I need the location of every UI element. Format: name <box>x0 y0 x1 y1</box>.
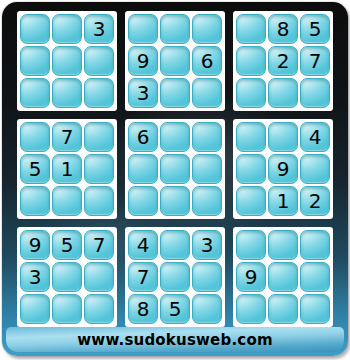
cell-r4c8[interactable] <box>268 122 298 152</box>
cell-r3c7[interactable] <box>236 78 266 108</box>
cell-r8c3[interactable] <box>84 262 114 292</box>
box-2: 963 <box>125 11 225 111</box>
cell-r3c4[interactable]: 3 <box>128 78 158 108</box>
cell-r9c6[interactable] <box>192 294 222 324</box>
cell-r1c2[interactable] <box>52 14 82 44</box>
cell-r5c2[interactable]: 1 <box>52 154 82 184</box>
box-9: 9 <box>233 227 333 327</box>
cell-r4c9[interactable]: 4 <box>300 122 330 152</box>
cell-r2c8[interactable]: 2 <box>268 46 298 76</box>
cell-r7c8[interactable] <box>268 230 298 260</box>
box-4: 751 <box>17 119 117 219</box>
cell-r6c6[interactable] <box>192 186 222 216</box>
box-3: 8527 <box>233 11 333 111</box>
cell-r9c2[interactable] <box>52 294 82 324</box>
cell-r1c9[interactable]: 5 <box>300 14 330 44</box>
cell-r8c1[interactable]: 3 <box>20 262 50 292</box>
cell-r7c2[interactable]: 5 <box>52 230 82 260</box>
cell-r9c8[interactable] <box>268 294 298 324</box>
cell-r2c4[interactable]: 9 <box>128 46 158 76</box>
site-footer-bar: www.sudokusweb.com <box>6 327 344 352</box>
cell-r6c3[interactable] <box>84 186 114 216</box>
cell-r5c4[interactable] <box>128 154 158 184</box>
cell-r4c7[interactable] <box>236 122 266 152</box>
cell-r4c1[interactable] <box>20 122 50 152</box>
cell-r7c5[interactable] <box>160 230 190 260</box>
cell-r1c7[interactable] <box>236 14 266 44</box>
cell-r2c1[interactable] <box>20 46 50 76</box>
cell-r2c6[interactable]: 6 <box>192 46 222 76</box>
cell-r6c4[interactable] <box>128 186 158 216</box>
cell-r5c8[interactable]: 9 <box>268 154 298 184</box>
cell-r9c7[interactable] <box>236 294 266 324</box>
cell-r7c6[interactable]: 3 <box>192 230 222 260</box>
cell-r9c5[interactable]: 5 <box>160 294 190 324</box>
cell-r4c6[interactable] <box>192 122 222 152</box>
box-5: 6 <box>125 119 225 219</box>
sudoku-grid: 39638527751649129573437859 <box>17 11 333 325</box>
cell-r1c1[interactable] <box>20 14 50 44</box>
cell-r5c1[interactable]: 5 <box>20 154 50 184</box>
cell-r7c9[interactable] <box>300 230 330 260</box>
cell-r4c3[interactable] <box>84 122 114 152</box>
cell-r3c9[interactable] <box>300 78 330 108</box>
site-url: www.sudokusweb.com <box>77 331 272 349</box>
cell-r2c3[interactable] <box>84 46 114 76</box>
box-1: 3 <box>17 11 117 111</box>
page: 39638527751649129573437859 www.sudokuswe… <box>0 0 350 360</box>
cell-r3c2[interactable] <box>52 78 82 108</box>
box-7: 9573 <box>17 227 117 327</box>
cell-r7c1[interactable]: 9 <box>20 230 50 260</box>
cell-r8c4[interactable]: 7 <box>128 262 158 292</box>
cell-r6c5[interactable] <box>160 186 190 216</box>
cell-r3c5[interactable] <box>160 78 190 108</box>
cell-r6c1[interactable] <box>20 186 50 216</box>
cell-r5c5[interactable] <box>160 154 190 184</box>
cell-r6c2[interactable] <box>52 186 82 216</box>
cell-r9c3[interactable] <box>84 294 114 324</box>
cell-r8c7[interactable]: 9 <box>236 262 266 292</box>
cell-r8c8[interactable] <box>268 262 298 292</box>
cell-r3c3[interactable] <box>84 78 114 108</box>
cell-r1c6[interactable] <box>192 14 222 44</box>
sudoku-board: 39638527751649129573437859 www.sudokuswe… <box>2 2 348 356</box>
cell-r8c9[interactable] <box>300 262 330 292</box>
cell-r3c8[interactable] <box>268 78 298 108</box>
cell-r7c3[interactable]: 7 <box>84 230 114 260</box>
cell-r2c5[interactable] <box>160 46 190 76</box>
cell-r5c3[interactable] <box>84 154 114 184</box>
cell-r6c8[interactable]: 1 <box>268 186 298 216</box>
cell-r8c5[interactable] <box>160 262 190 292</box>
cell-r1c5[interactable] <box>160 14 190 44</box>
cell-r9c4[interactable]: 8 <box>128 294 158 324</box>
cell-r1c8[interactable]: 8 <box>268 14 298 44</box>
cell-r2c9[interactable]: 7 <box>300 46 330 76</box>
cell-r5c6[interactable] <box>192 154 222 184</box>
cell-r6c9[interactable]: 2 <box>300 186 330 216</box>
cell-r9c9[interactable] <box>300 294 330 324</box>
cell-r8c2[interactable] <box>52 262 82 292</box>
box-8: 43785 <box>125 227 225 327</box>
cell-r7c4[interactable]: 4 <box>128 230 158 260</box>
cell-r9c1[interactable] <box>20 294 50 324</box>
cell-r5c7[interactable] <box>236 154 266 184</box>
cell-r3c1[interactable] <box>20 78 50 108</box>
cell-r8c6[interactable] <box>192 262 222 292</box>
cell-r4c2[interactable]: 7 <box>52 122 82 152</box>
cell-r2c2[interactable] <box>52 46 82 76</box>
cell-r4c4[interactable]: 6 <box>128 122 158 152</box>
cell-r1c3[interactable]: 3 <box>84 14 114 44</box>
cell-r7c7[interactable] <box>236 230 266 260</box>
cell-r4c5[interactable] <box>160 122 190 152</box>
cell-r5c9[interactable] <box>300 154 330 184</box>
box-6: 4912 <box>233 119 333 219</box>
cell-r3c6[interactable] <box>192 78 222 108</box>
cell-r6c7[interactable] <box>236 186 266 216</box>
cell-r1c4[interactable] <box>128 14 158 44</box>
cell-r2c7[interactable] <box>236 46 266 76</box>
